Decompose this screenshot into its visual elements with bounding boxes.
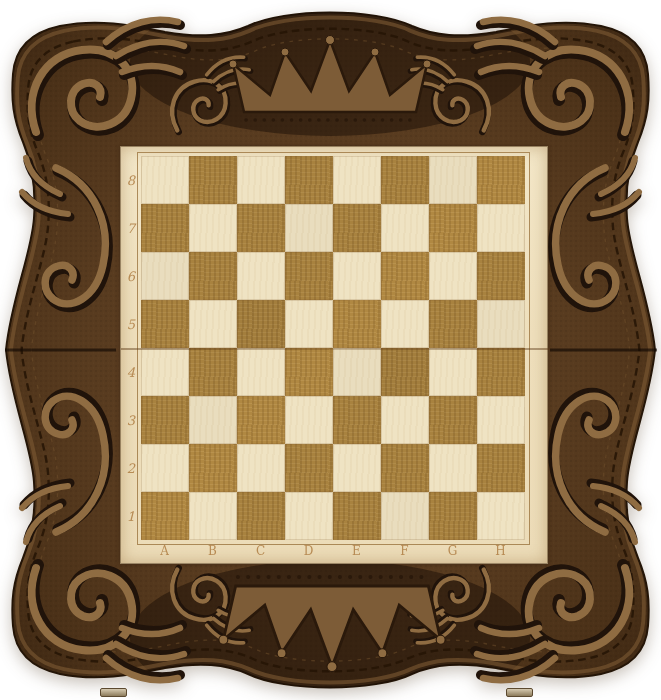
square-g5[interactable] <box>429 300 477 348</box>
square-b3[interactable] <box>189 396 237 444</box>
square-b7[interactable] <box>189 204 237 252</box>
square-a7[interactable] <box>141 204 189 252</box>
square-f3[interactable] <box>381 396 429 444</box>
clasp-right <box>506 688 533 697</box>
rank-label-6: 6 <box>121 252 141 300</box>
square-d7[interactable] <box>285 204 333 252</box>
square-a8[interactable] <box>141 156 189 204</box>
square-h6[interactable] <box>477 252 525 300</box>
square-c5[interactable] <box>237 300 285 348</box>
square-f5[interactable] <box>381 300 429 348</box>
file-label-e: E <box>333 542 381 560</box>
file-label-a: A <box>141 542 189 560</box>
square-d6[interactable] <box>285 252 333 300</box>
square-e1[interactable] <box>333 492 381 540</box>
square-e7[interactable] <box>333 204 381 252</box>
square-g7[interactable] <box>429 204 477 252</box>
square-c2[interactable] <box>237 444 285 492</box>
square-h3[interactable] <box>477 396 525 444</box>
square-e3[interactable] <box>333 396 381 444</box>
square-e2[interactable] <box>333 444 381 492</box>
square-c4[interactable] <box>237 348 285 396</box>
file-label-g: G <box>429 542 477 560</box>
square-g6[interactable] <box>429 252 477 300</box>
square-b1[interactable] <box>189 492 237 540</box>
square-d2[interactable] <box>285 444 333 492</box>
square-a1[interactable] <box>141 492 189 540</box>
rank-label-1: 1 <box>121 492 141 540</box>
square-c3[interactable] <box>237 396 285 444</box>
square-e4[interactable] <box>333 348 381 396</box>
file-label-f: F <box>381 542 429 560</box>
square-a5[interactable] <box>141 300 189 348</box>
square-h1[interactable] <box>477 492 525 540</box>
square-h7[interactable] <box>477 204 525 252</box>
square-d1[interactable] <box>285 492 333 540</box>
square-h5[interactable] <box>477 300 525 348</box>
square-b2[interactable] <box>189 444 237 492</box>
square-g8[interactable] <box>429 156 477 204</box>
square-a4[interactable] <box>141 348 189 396</box>
clasp-left <box>100 688 127 697</box>
square-b4[interactable] <box>189 348 237 396</box>
file-label-b: B <box>189 542 237 560</box>
square-a2[interactable] <box>141 444 189 492</box>
square-f8[interactable] <box>381 156 429 204</box>
square-c6[interactable] <box>237 252 285 300</box>
square-c8[interactable] <box>237 156 285 204</box>
square-g4[interactable] <box>429 348 477 396</box>
square-e6[interactable] <box>333 252 381 300</box>
square-d3[interactable] <box>285 396 333 444</box>
square-b8[interactable] <box>189 156 237 204</box>
square-f6[interactable] <box>381 252 429 300</box>
board-grid <box>141 156 525 540</box>
carved-chess-board-photo: 87654321 ABCDEFGH <box>0 0 661 700</box>
rank-label-8: 8 <box>121 156 141 204</box>
square-g3[interactable] <box>429 396 477 444</box>
rank-label-7: 7 <box>121 204 141 252</box>
square-a6[interactable] <box>141 252 189 300</box>
square-e8[interactable] <box>333 156 381 204</box>
square-d8[interactable] <box>285 156 333 204</box>
rank-label-5: 5 <box>121 300 141 348</box>
square-h2[interactable] <box>477 444 525 492</box>
file-labels: ABCDEFGH <box>141 542 525 560</box>
square-c7[interactable] <box>237 204 285 252</box>
file-label-h: H <box>477 542 525 560</box>
square-f1[interactable] <box>381 492 429 540</box>
rank-label-3: 3 <box>121 396 141 444</box>
square-b6[interactable] <box>189 252 237 300</box>
square-c1[interactable] <box>237 492 285 540</box>
square-g1[interactable] <box>429 492 477 540</box>
square-f7[interactable] <box>381 204 429 252</box>
square-f2[interactable] <box>381 444 429 492</box>
file-label-c: C <box>237 542 285 560</box>
square-e5[interactable] <box>333 300 381 348</box>
square-d4[interactable] <box>285 348 333 396</box>
rank-labels: 87654321 <box>121 156 141 540</box>
square-a3[interactable] <box>141 396 189 444</box>
square-d5[interactable] <box>285 300 333 348</box>
rank-label-2: 2 <box>121 444 141 492</box>
board-panel: 87654321 ABCDEFGH <box>120 146 548 564</box>
square-b5[interactable] <box>189 300 237 348</box>
rank-label-4: 4 <box>121 348 141 396</box>
square-h8[interactable] <box>477 156 525 204</box>
file-label-d: D <box>285 542 333 560</box>
square-g2[interactable] <box>429 444 477 492</box>
square-h4[interactable] <box>477 348 525 396</box>
square-f4[interactable] <box>381 348 429 396</box>
